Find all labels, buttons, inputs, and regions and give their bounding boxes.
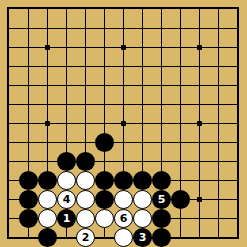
white-stone[interactable] [76,209,95,228]
hoshi-point [197,121,202,126]
black-stone[interactable] [19,190,38,209]
black-stone[interactable]: 5 [152,190,171,209]
move-number-label: 1 [63,213,71,224]
white-stone[interactable] [95,209,114,228]
white-stone[interactable] [38,190,57,209]
black-stone[interactable] [19,209,38,228]
hoshi-point [45,121,50,126]
black-stone[interactable] [133,171,152,190]
white-stone[interactable] [76,190,95,209]
white-stone[interactable] [38,209,57,228]
hoshi-point [121,45,126,50]
white-stone[interactable] [133,209,152,228]
black-stone[interactable] [152,171,171,190]
white-stone[interactable]: 2 [76,228,95,247]
go-diagram-screenshot: { "game": "go", "board_size": 13, "posit… [0,0,247,247]
grid-line-vertical [218,9,219,238]
black-stone[interactable] [76,152,95,171]
black-stone[interactable]: 1 [57,209,76,228]
black-stone[interactable] [38,171,57,190]
black-stone[interactable] [152,228,171,247]
move-number-label: 2 [82,232,90,243]
black-stone[interactable] [95,190,114,209]
move-number-label: 3 [139,232,147,243]
white-stone[interactable] [114,228,133,247]
go-board[interactable]: 451623 [0,0,247,247]
hoshi-point [45,45,50,50]
white-stone[interactable] [57,171,76,190]
black-stone[interactable] [152,209,171,228]
move-number-label: 6 [120,213,128,224]
hoshi-point [121,121,126,126]
hoshi-point [197,45,202,50]
grid-line-horizontal [9,161,238,162]
white-stone[interactable] [133,190,152,209]
grid-line-horizontal [9,142,238,143]
move-number-label: 5 [158,194,166,205]
white-stone[interactable]: 6 [114,209,133,228]
black-stone[interactable] [57,152,76,171]
white-stone[interactable] [114,190,133,209]
white-stone[interactable]: 4 [57,190,76,209]
white-stone[interactable] [76,171,95,190]
black-stone[interactable] [95,171,114,190]
hoshi-point [197,197,202,202]
black-stone[interactable] [114,171,133,190]
black-stone[interactable] [171,190,190,209]
black-stone[interactable]: 3 [133,228,152,247]
move-number-label: 4 [63,194,71,205]
black-stone[interactable] [38,228,57,247]
black-stone[interactable] [19,171,38,190]
black-stone[interactable] [95,133,114,152]
